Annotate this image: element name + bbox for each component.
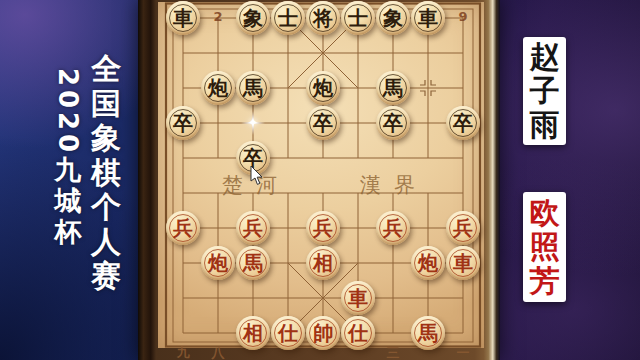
vertical-text-char: 人	[88, 225, 124, 260]
piece-red-horse[interactable]: 馬	[411, 316, 445, 350]
red-player-plate: 欧照芳	[523, 192, 566, 302]
vertical-text-char: 棋	[88, 156, 124, 191]
file-label-bottom: 九	[172, 344, 194, 360]
piece-character: 卒	[453, 113, 473, 133]
vertical-text-char: 城	[50, 185, 86, 216]
piece-black-general[interactable]: 将	[306, 1, 340, 35]
piece-black-horse[interactable]: 馬	[376, 71, 410, 105]
file-label-top: 2	[207, 9, 229, 24]
piece-red-chariot[interactable]: 車	[446, 246, 480, 280]
file-label-top: 9	[452, 9, 474, 24]
vertical-text-char: 象	[88, 121, 124, 156]
file-label-bottom: 一	[452, 344, 474, 360]
black-player-plate: 赵子雨	[523, 37, 566, 145]
piece-red-soldier[interactable]: 兵	[306, 211, 340, 245]
piece-character: 卒	[173, 113, 193, 133]
piece-red-cannon[interactable]: 炮	[411, 246, 445, 280]
board-point-mark-icon	[418, 78, 438, 98]
piece-character: 将	[313, 8, 333, 28]
piece-character: 象	[243, 8, 263, 28]
piece-character: 士	[278, 8, 298, 28]
piece-red-general[interactable]: 帥	[306, 316, 340, 350]
piece-character: 馬	[383, 78, 403, 98]
piece-character: 兵	[383, 218, 403, 238]
piece-character: 馬	[243, 78, 263, 98]
vertical-text-char: 芳	[530, 264, 560, 298]
piece-black-soldier[interactable]: 卒	[446, 106, 480, 140]
xiangqi-board[interactable]: 楚河 漢界 29九八三一 ✦ 車象士将士象車炮馬炮馬卒卒卒卒卒兵兵兵兵兵炮馬相炮…	[158, 2, 484, 348]
piece-red-advisor[interactable]: 仕	[271, 316, 305, 350]
piece-character: 炮	[313, 78, 333, 98]
piece-character: 卒	[383, 113, 403, 133]
piece-black-advisor[interactable]: 士	[341, 1, 375, 35]
piece-black-chariot[interactable]: 車	[166, 1, 200, 35]
piece-red-elephant[interactable]: 相	[306, 246, 340, 280]
piece-character: 炮	[418, 253, 438, 273]
piece-red-advisor[interactable]: 仕	[341, 316, 375, 350]
xiangqi-board-frame: 楚河 漢界 29九八三一 ✦ 車象士将士象車炮馬炮馬卒卒卒卒卒兵兵兵兵兵炮馬相炮…	[138, 0, 500, 360]
vertical-text-char: 国	[88, 87, 124, 122]
piece-red-elephant[interactable]: 相	[236, 316, 270, 350]
last-move-origin-sparkle-icon: ✦	[241, 111, 265, 135]
piece-red-soldier[interactable]: 兵	[446, 211, 480, 245]
vertical-text-char: 欧	[530, 196, 560, 230]
piece-character: 兵	[173, 218, 193, 238]
river-text-right: 漢界	[334, 171, 454, 199]
piece-character: 帥	[313, 323, 333, 343]
piece-character: 兵	[313, 218, 333, 238]
piece-character: 士	[348, 8, 368, 28]
piece-character: 炮	[208, 253, 228, 273]
piece-character: 車	[173, 8, 193, 28]
event-subtitle: 2020九城杯	[50, 66, 86, 247]
piece-character: 象	[383, 8, 403, 28]
file-label-bottom: 三	[382, 344, 404, 360]
piece-character: 馬	[418, 323, 438, 343]
piece-character: 炮	[208, 78, 228, 98]
piece-red-soldier[interactable]: 兵	[236, 211, 270, 245]
piece-black-elephant[interactable]: 象	[236, 1, 270, 35]
piece-black-soldier[interactable]: 卒	[306, 106, 340, 140]
piece-black-cannon[interactable]: 炮	[306, 71, 340, 105]
vertical-text-char: 照	[530, 230, 560, 264]
vertical-text-char: 子	[530, 74, 560, 108]
piece-character: 卒	[243, 148, 263, 168]
piece-character: 車	[418, 8, 438, 28]
piece-red-chariot[interactable]: 車	[341, 281, 375, 315]
piece-character: 相	[243, 323, 263, 343]
piece-character: 兵	[453, 218, 473, 238]
piece-black-horse[interactable]: 馬	[236, 71, 270, 105]
piece-black-soldier[interactable]: 卒	[166, 106, 200, 140]
piece-red-soldier[interactable]: 兵	[376, 211, 410, 245]
piece-red-soldier[interactable]: 兵	[166, 211, 200, 245]
video-frame: { "game": "xiangqi", "position": { "fen"…	[0, 0, 640, 360]
sparkle-star-icon: ✦	[241, 111, 265, 135]
piece-character: 馬	[243, 253, 263, 273]
piece-black-chariot[interactable]: 車	[411, 1, 445, 35]
piece-character: 相	[313, 253, 333, 273]
vertical-text-char: 全	[88, 52, 124, 87]
vertical-text-char: 雨	[530, 108, 560, 142]
piece-character: 仕	[348, 323, 368, 343]
vertical-text-char: 赛	[88, 259, 124, 294]
vertical-text-char: 赵	[530, 40, 560, 74]
vertical-text-char: 个	[88, 190, 124, 225]
piece-character: 仕	[278, 323, 298, 343]
piece-black-elephant[interactable]: 象	[376, 1, 410, 35]
piece-black-advisor[interactable]: 士	[271, 1, 305, 35]
piece-black-soldier[interactable]: 卒	[376, 106, 410, 140]
piece-black-cannon[interactable]: 炮	[201, 71, 235, 105]
piece-red-horse[interactable]: 馬	[236, 246, 270, 280]
vertical-text-char: 杯	[50, 216, 86, 247]
piece-character: 車	[453, 253, 473, 273]
file-label-bottom: 八	[207, 344, 229, 360]
vertical-text-char: 0	[57, 125, 79, 161]
piece-red-cannon[interactable]: 炮	[201, 246, 235, 280]
piece-character: 車	[348, 288, 368, 308]
piece-character: 兵	[243, 218, 263, 238]
event-title: 全国象棋个人赛	[88, 52, 124, 294]
piece-character: 卒	[313, 113, 333, 133]
mouse-cursor-icon	[250, 166, 264, 190]
